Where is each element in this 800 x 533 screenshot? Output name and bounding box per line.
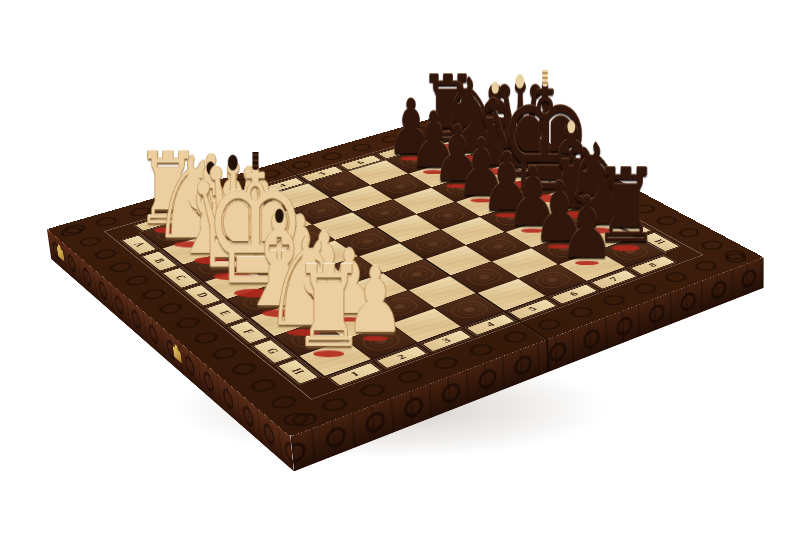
scene: ABCDEFGH ABCDEFGH 87654321 87654321 ♜♞♝♛… — [0, 0, 800, 533]
photo-canvas: ABCDEFGH ABCDEFGH 87654321 87654321 ♜♞♝♛… — [0, 0, 800, 533]
brass-clasp — [56, 245, 64, 262]
fold-seam-edge — [546, 339, 549, 372]
square-g5 — [450, 262, 518, 293]
brass-clasp — [172, 345, 182, 365]
chess-board: ABCDEFGH ABCDEFGH 87654321 87654321 ♜♞♝♛… — [47, 105, 764, 436]
